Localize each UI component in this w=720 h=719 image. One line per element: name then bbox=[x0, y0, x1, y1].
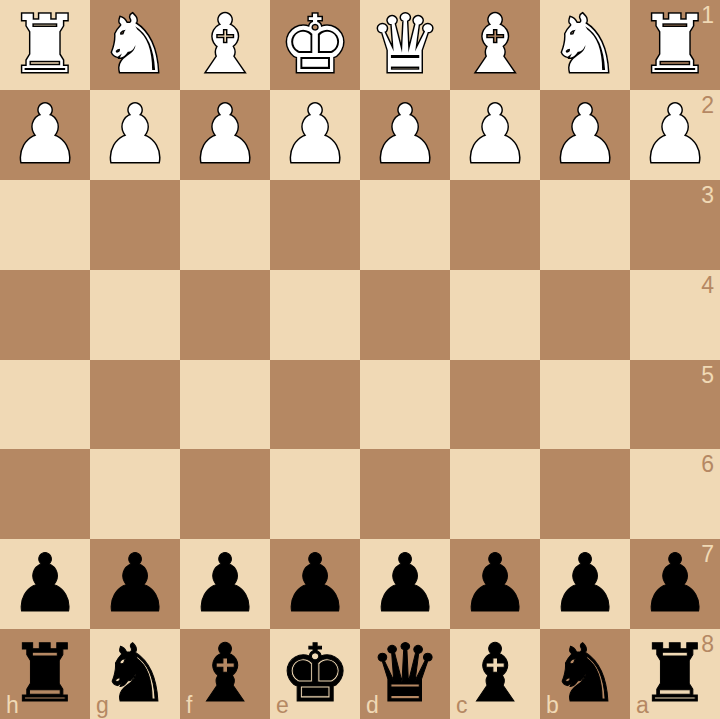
square-e3[interactable] bbox=[270, 180, 360, 270]
square-f3[interactable] bbox=[180, 180, 270, 270]
rank-label-4: 4 bbox=[701, 274, 714, 297]
square-e7[interactable]: ♟ bbox=[270, 539, 360, 629]
square-d1[interactable]: ♛ bbox=[360, 0, 450, 90]
square-c7[interactable]: ♟ bbox=[450, 539, 540, 629]
square-e8[interactable]: e♚ bbox=[270, 629, 360, 719]
piece-black-pawn-c7[interactable]: ♟ bbox=[459, 544, 531, 624]
square-a4[interactable]: 4 bbox=[630, 270, 720, 360]
square-c5[interactable] bbox=[450, 360, 540, 450]
square-b5[interactable] bbox=[540, 360, 630, 450]
piece-black-pawn-b7[interactable]: ♟ bbox=[549, 544, 621, 624]
square-h7[interactable]: ♟ bbox=[0, 539, 90, 629]
piece-black-bishop-f8[interactable]: ♝ bbox=[189, 634, 261, 714]
square-h6[interactable] bbox=[0, 449, 90, 539]
square-c1[interactable]: ♝ bbox=[450, 0, 540, 90]
square-c4[interactable] bbox=[450, 270, 540, 360]
piece-white-pawn-b2[interactable]: ♟ bbox=[549, 95, 621, 175]
square-b4[interactable] bbox=[540, 270, 630, 360]
square-f4[interactable] bbox=[180, 270, 270, 360]
piece-black-knight-b8[interactable]: ♞ bbox=[549, 634, 621, 714]
square-h2[interactable]: ♟ bbox=[0, 90, 90, 180]
piece-black-bishop-c8[interactable]: ♝ bbox=[459, 634, 531, 714]
square-d8[interactable]: d♛ bbox=[360, 629, 450, 719]
square-d6[interactable] bbox=[360, 449, 450, 539]
square-b2[interactable]: ♟ bbox=[540, 90, 630, 180]
square-a5[interactable]: 5 bbox=[630, 360, 720, 450]
chess-board: ♜♞♝♚♛♝♞1♜♟♟♟♟♟♟♟2♟3456♟♟♟♟♟♟♟7♟h♜g♞f♝e♚d… bbox=[0, 0, 720, 719]
square-f1[interactable]: ♝ bbox=[180, 0, 270, 90]
square-g3[interactable] bbox=[90, 180, 180, 270]
piece-black-rook-h8[interactable]: ♜ bbox=[9, 634, 81, 714]
square-e6[interactable] bbox=[270, 449, 360, 539]
square-a6[interactable]: 6 bbox=[630, 449, 720, 539]
square-f2[interactable]: ♟ bbox=[180, 90, 270, 180]
square-a3[interactable]: 3 bbox=[630, 180, 720, 270]
piece-white-pawn-a2[interactable]: ♟ bbox=[639, 95, 711, 175]
piece-white-pawn-e2[interactable]: ♟ bbox=[279, 95, 351, 175]
square-h3[interactable] bbox=[0, 180, 90, 270]
piece-white-queen-d1[interactable]: ♛ bbox=[369, 5, 441, 85]
square-a2[interactable]: 2♟ bbox=[630, 90, 720, 180]
piece-black-pawn-a7[interactable]: ♟ bbox=[639, 544, 711, 624]
square-g2[interactable]: ♟ bbox=[90, 90, 180, 180]
piece-black-pawn-g7[interactable]: ♟ bbox=[99, 544, 171, 624]
square-g1[interactable]: ♞ bbox=[90, 0, 180, 90]
square-f5[interactable] bbox=[180, 360, 270, 450]
square-a8[interactable]: 8a♜ bbox=[630, 629, 720, 719]
square-e5[interactable] bbox=[270, 360, 360, 450]
square-d4[interactable] bbox=[360, 270, 450, 360]
square-g8[interactable]: g♞ bbox=[90, 629, 180, 719]
square-c6[interactable] bbox=[450, 449, 540, 539]
rank-label-5: 5 bbox=[701, 364, 714, 387]
square-f8[interactable]: f♝ bbox=[180, 629, 270, 719]
piece-black-queen-d8[interactable]: ♛ bbox=[369, 634, 441, 714]
square-a7[interactable]: 7♟ bbox=[630, 539, 720, 629]
piece-white-rook-h1[interactable]: ♜ bbox=[9, 5, 81, 85]
piece-white-pawn-f2[interactable]: ♟ bbox=[189, 95, 261, 175]
square-h1[interactable]: ♜ bbox=[0, 0, 90, 90]
rank-label-6: 6 bbox=[701, 453, 714, 476]
square-d3[interactable] bbox=[360, 180, 450, 270]
square-b8[interactable]: b♞ bbox=[540, 629, 630, 719]
square-b6[interactable] bbox=[540, 449, 630, 539]
square-h8[interactable]: h♜ bbox=[0, 629, 90, 719]
piece-black-pawn-f7[interactable]: ♟ bbox=[189, 544, 261, 624]
square-a1[interactable]: 1♜ bbox=[630, 0, 720, 90]
square-b7[interactable]: ♟ bbox=[540, 539, 630, 629]
piece-white-pawn-d2[interactable]: ♟ bbox=[369, 95, 441, 175]
piece-black-pawn-e7[interactable]: ♟ bbox=[279, 544, 351, 624]
square-e2[interactable]: ♟ bbox=[270, 90, 360, 180]
square-h5[interactable] bbox=[0, 360, 90, 450]
piece-white-pawn-c2[interactable]: ♟ bbox=[459, 95, 531, 175]
piece-black-rook-a8[interactable]: ♜ bbox=[639, 634, 711, 714]
piece-white-king-e1[interactable]: ♚ bbox=[279, 5, 351, 85]
square-d5[interactable] bbox=[360, 360, 450, 450]
square-g5[interactable] bbox=[90, 360, 180, 450]
square-c8[interactable]: c♝ bbox=[450, 629, 540, 719]
square-e1[interactable]: ♚ bbox=[270, 0, 360, 90]
square-d7[interactable]: ♟ bbox=[360, 539, 450, 629]
piece-white-bishop-f1[interactable]: ♝ bbox=[189, 5, 261, 85]
square-c2[interactable]: ♟ bbox=[450, 90, 540, 180]
piece-black-king-e8[interactable]: ♚ bbox=[279, 634, 351, 714]
piece-black-knight-g8[interactable]: ♞ bbox=[99, 634, 171, 714]
square-b3[interactable] bbox=[540, 180, 630, 270]
square-c3[interactable] bbox=[450, 180, 540, 270]
square-b1[interactable]: ♞ bbox=[540, 0, 630, 90]
square-f7[interactable]: ♟ bbox=[180, 539, 270, 629]
piece-white-knight-g1[interactable]: ♞ bbox=[99, 5, 171, 85]
piece-white-bishop-c1[interactable]: ♝ bbox=[459, 5, 531, 85]
piece-white-knight-b1[interactable]: ♞ bbox=[549, 5, 621, 85]
piece-white-rook-a1[interactable]: ♜ bbox=[639, 5, 711, 85]
piece-white-pawn-g2[interactable]: ♟ bbox=[99, 95, 171, 175]
square-g6[interactable] bbox=[90, 449, 180, 539]
square-e4[interactable] bbox=[270, 270, 360, 360]
piece-white-pawn-h2[interactable]: ♟ bbox=[9, 95, 81, 175]
square-d2[interactable]: ♟ bbox=[360, 90, 450, 180]
square-g7[interactable]: ♟ bbox=[90, 539, 180, 629]
piece-black-pawn-h7[interactable]: ♟ bbox=[9, 544, 81, 624]
square-g4[interactable] bbox=[90, 270, 180, 360]
rank-label-3: 3 bbox=[701, 184, 714, 207]
square-h4[interactable] bbox=[0, 270, 90, 360]
piece-black-pawn-d7[interactable]: ♟ bbox=[369, 544, 441, 624]
square-f6[interactable] bbox=[180, 449, 270, 539]
